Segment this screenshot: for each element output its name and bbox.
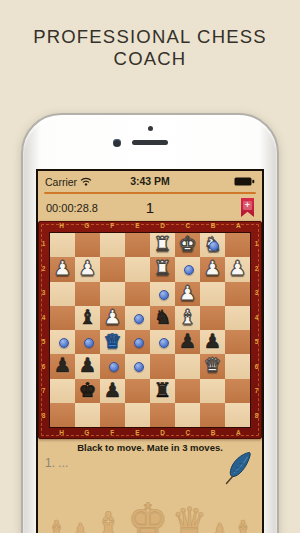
square-b6[interactable]: ♛ <box>200 354 225 378</box>
rank-label: 4 <box>252 306 261 331</box>
square-a4[interactable] <box>225 306 250 330</box>
rank-label: 7 <box>39 379 48 404</box>
white-rook: ♜ <box>154 258 172 278</box>
rank-label: 2 <box>252 257 261 282</box>
square-f5[interactable]: ♛ <box>100 330 125 354</box>
square-b1[interactable]: ♞ <box>200 233 225 257</box>
square-a2[interactable]: ♟ <box>225 257 250 281</box>
file-labels-bottom: HGFEDCBA <box>49 429 251 438</box>
decor-piece: ♚ <box>127 499 168 533</box>
black-queen-selected: ♛ <box>104 331 122 351</box>
legal-move-dot <box>159 338 169 348</box>
black-king: ♚ <box>79 380 97 400</box>
board-grid: ♜♚♞♟♟♜♟♟♟♝♟♞♝♛♟♟♟♟♛♚♟♜ <box>49 232 251 428</box>
decor-piece: ♝ <box>46 518 68 533</box>
square-c7[interactable] <box>175 379 200 403</box>
square-f2[interactable] <box>100 257 125 281</box>
square-c5[interactable]: ♟ <box>175 330 200 354</box>
square-e7[interactable] <box>125 379 150 403</box>
square-h8[interactable] <box>50 403 75 427</box>
black-pawn: ♟ <box>104 380 122 400</box>
square-b4[interactable] <box>200 306 225 330</box>
white-bishop: ♝ <box>179 307 197 327</box>
file-label: D <box>150 429 175 438</box>
plus-icon: + <box>243 201 252 210</box>
square-d6[interactable] <box>150 354 175 378</box>
square-f3[interactable] <box>100 282 125 306</box>
square-h2[interactable]: ♟ <box>50 257 75 281</box>
rank-labels-left: 12345678 <box>39 232 48 428</box>
square-f8[interactable] <box>100 403 125 427</box>
white-pawn: ♟ <box>104 307 122 327</box>
file-label: E <box>125 222 150 231</box>
square-a5[interactable] <box>225 330 250 354</box>
square-g1[interactable] <box>75 233 100 257</box>
square-g8[interactable] <box>75 403 100 427</box>
rank-label: 3 <box>252 281 261 306</box>
file-label: H <box>49 222 74 231</box>
square-g3[interactable] <box>75 282 100 306</box>
iphone-frame: Carrier 3:43 PM 00:00:28.8 1 <box>21 113 279 533</box>
bookmark-add-button[interactable]: + <box>241 198 254 217</box>
rank-label: 8 <box>39 404 48 429</box>
square-b3[interactable] <box>200 282 225 306</box>
battery-icon <box>234 177 255 186</box>
black-pawn: ♟ <box>179 331 197 351</box>
square-f7[interactable]: ♟ <box>100 379 125 403</box>
square-f4[interactable]: ♟ <box>100 306 125 330</box>
square-b5[interactable]: ♟ <box>200 330 225 354</box>
carrier-label: Carrier <box>45 176 77 188</box>
decor-piece: ♝ <box>232 518 254 533</box>
black-pawn: ♟ <box>204 331 222 351</box>
square-a3[interactable] <box>225 282 250 306</box>
legal-move-dot <box>159 290 169 300</box>
rank-label: 8 <box>252 404 261 429</box>
square-d8[interactable] <box>150 403 175 427</box>
file-label: G <box>74 222 99 231</box>
earpiece-speaker <box>132 140 168 145</box>
square-c3[interactable]: ♟ <box>175 282 200 306</box>
decor-piece: ♛ <box>171 504 207 533</box>
square-e6[interactable] <box>125 354 150 378</box>
white-rook: ♜ <box>154 234 172 254</box>
square-c1[interactable]: ♚ <box>175 233 200 257</box>
black-pawn: ♟ <box>54 355 72 375</box>
square-c6[interactable] <box>175 354 200 378</box>
legal-move-dot <box>134 338 144 348</box>
rank-label: 2 <box>39 257 48 282</box>
front-camera-icon <box>113 139 121 147</box>
file-label: H <box>49 429 74 438</box>
legal-move-dot <box>184 265 194 275</box>
status-bar: Carrier 3:43 PM <box>38 171 262 191</box>
white-pawn: ♟ <box>54 258 72 278</box>
feather-pen-icon[interactable] <box>223 450 253 486</box>
decor-piece: ♟ <box>210 522 229 533</box>
square-f6[interactable] <box>100 354 125 378</box>
square-g6[interactable]: ♟ <box>75 354 100 378</box>
square-h6[interactable]: ♟ <box>50 354 75 378</box>
wifi-icon <box>80 177 92 186</box>
square-c4[interactable]: ♝ <box>175 306 200 330</box>
file-label: C <box>175 222 200 231</box>
app-screen: Carrier 3:43 PM 00:00:28.8 1 <box>36 169 264 533</box>
square-e2[interactable] <box>125 257 150 281</box>
elapsed-timer: 00:00:28.8 <box>46 202 146 214</box>
file-labels-top: HGFEDCBA <box>49 222 251 231</box>
white-pawn: ♟ <box>229 258 247 278</box>
rank-label: 6 <box>252 355 261 380</box>
rank-label: 3 <box>39 281 48 306</box>
black-knight: ♞ <box>154 307 172 327</box>
legal-move-dot <box>84 338 94 348</box>
square-h4[interactable] <box>50 306 75 330</box>
white-pawn: ♟ <box>79 258 97 278</box>
square-e4[interactable] <box>125 306 150 330</box>
proximity-sensor-dot <box>148 126 153 131</box>
decor-piece: ♞ <box>36 511 43 533</box>
legal-move-dot <box>209 241 219 251</box>
square-e5[interactable] <box>125 330 150 354</box>
square-d3[interactable] <box>150 282 175 306</box>
square-h5[interactable] <box>50 330 75 354</box>
square-b7[interactable] <box>200 379 225 403</box>
black-pawn: ♟ <box>79 355 97 375</box>
white-queen: ♛ <box>204 355 222 375</box>
square-e1[interactable] <box>125 233 150 257</box>
white-pawn: ♟ <box>179 283 197 303</box>
legal-move-dot <box>134 314 144 324</box>
page-title-line1: PROFESSIONAL CHESS <box>0 26 300 48</box>
square-f1[interactable] <box>100 233 125 257</box>
square-d1[interactable]: ♜ <box>150 233 175 257</box>
rank-label: 5 <box>252 330 261 355</box>
square-b8[interactable] <box>200 403 225 427</box>
file-label: B <box>201 222 226 231</box>
black-rook: ♜ <box>154 380 172 400</box>
square-c8[interactable] <box>175 403 200 427</box>
file-label: F <box>100 222 125 231</box>
legal-move-dot <box>59 338 69 348</box>
decor-piece: ♟ <box>71 522 90 533</box>
square-d4[interactable]: ♞ <box>150 306 175 330</box>
toolbar: 00:00:28.8 1 + <box>38 194 262 221</box>
rank-label: 5 <box>39 330 48 355</box>
square-e8[interactable] <box>125 403 150 427</box>
file-label: F <box>100 429 125 438</box>
rank-label: 4 <box>39 306 48 331</box>
rank-labels-right: 12345678 <box>252 232 261 428</box>
file-label: A <box>226 429 251 438</box>
rank-label: 7 <box>252 379 261 404</box>
square-g4[interactable]: ♝ <box>75 306 100 330</box>
rank-label: 6 <box>39 355 48 380</box>
legal-move-dot <box>109 362 119 372</box>
legal-move-dot <box>134 362 144 372</box>
decor-piece: ♞ <box>258 511 265 533</box>
decorative-chess-pieces: ♜♞♝♟♝♚♛♟♝♞♜ <box>38 489 262 533</box>
file-label: G <box>74 429 99 438</box>
square-d5[interactable] <box>150 330 175 354</box>
square-a7[interactable] <box>225 379 250 403</box>
file-label: B <box>201 429 226 438</box>
decor-piece: ♝ <box>93 509 124 533</box>
rank-label: 1 <box>252 232 261 257</box>
square-a1[interactable] <box>225 233 250 257</box>
page-title-line2: COACH <box>0 48 300 70</box>
chess-board: HGFEDCBA HGFEDCBA 12345678 12345678 ♜♚♞♟… <box>38 221 262 439</box>
square-g5[interactable] <box>75 330 100 354</box>
square-h7[interactable] <box>50 379 75 403</box>
file-label: A <box>226 222 251 231</box>
file-label: D <box>150 222 175 231</box>
rank-label: 1 <box>39 232 48 257</box>
file-label: E <box>125 429 150 438</box>
square-d7[interactable]: ♜ <box>150 379 175 403</box>
square-a6[interactable] <box>225 354 250 378</box>
square-a8[interactable] <box>225 403 250 427</box>
file-label: C <box>175 429 200 438</box>
square-g7[interactable]: ♚ <box>75 379 100 403</box>
move-number: 1 <box>146 199 154 216</box>
square-g2[interactable]: ♟ <box>75 257 100 281</box>
square-h3[interactable] <box>50 282 75 306</box>
square-h1[interactable] <box>50 233 75 257</box>
page-title: PROFESSIONAL CHESS COACH <box>0 26 300 70</box>
square-d2[interactable]: ♜ <box>150 257 175 281</box>
square-c2[interactable] <box>175 257 200 281</box>
square-e3[interactable] <box>125 282 150 306</box>
white-pawn: ♟ <box>204 258 222 278</box>
black-bishop: ♝ <box>79 307 97 327</box>
square-b2[interactable]: ♟ <box>200 257 225 281</box>
white-king: ♚ <box>179 234 197 254</box>
